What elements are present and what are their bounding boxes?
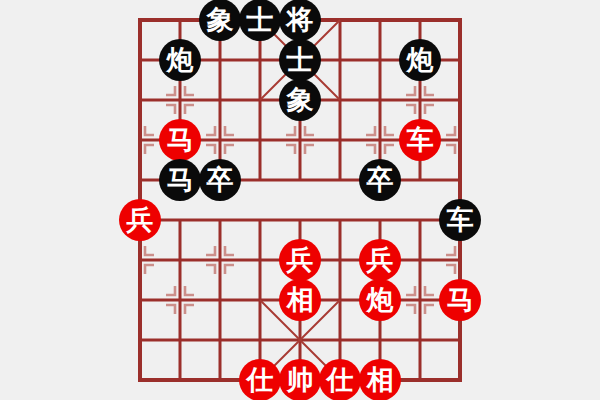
piece-red-chariot[interactable]: 车 bbox=[399, 119, 441, 161]
piece-red-pawn[interactable]: 兵 bbox=[279, 239, 321, 281]
piece-red-elephant[interactable]: 相 bbox=[359, 359, 401, 400]
piece-black-general[interactable]: 将 bbox=[279, 0, 321, 41]
xiangqi-board: 象士将炮士炮象马车马卒卒兵车兵兵相炮马仕帅仕相 bbox=[0, 0, 600, 400]
piece-red-advisor[interactable]: 仕 bbox=[239, 359, 281, 400]
piece-red-pawn[interactable]: 兵 bbox=[359, 239, 401, 281]
pieces-layer: 象士将炮士炮象马车马卒卒兵车兵兵相炮马仕帅仕相 bbox=[120, 0, 480, 400]
piece-black-advisor[interactable]: 士 bbox=[279, 39, 321, 81]
piece-black-horse[interactable]: 马 bbox=[159, 159, 201, 201]
piece-black-advisor[interactable]: 士 bbox=[239, 0, 281, 41]
piece-black-pawn[interactable]: 卒 bbox=[359, 159, 401, 201]
piece-red-pawn[interactable]: 兵 bbox=[119, 199, 161, 241]
piece-black-cannon[interactable]: 炮 bbox=[399, 39, 441, 81]
piece-black-pawn[interactable]: 卒 bbox=[199, 159, 241, 201]
piece-red-horse[interactable]: 马 bbox=[159, 119, 201, 161]
piece-red-general[interactable]: 帅 bbox=[279, 359, 321, 400]
piece-black-chariot[interactable]: 车 bbox=[439, 199, 481, 241]
piece-black-elephant[interactable]: 象 bbox=[199, 0, 241, 41]
piece-black-cannon[interactable]: 炮 bbox=[159, 39, 201, 81]
piece-red-cannon[interactable]: 炮 bbox=[359, 279, 401, 321]
piece-red-elephant[interactable]: 相 bbox=[279, 279, 321, 321]
piece-black-elephant[interactable]: 象 bbox=[279, 79, 321, 121]
piece-red-horse[interactable]: 马 bbox=[439, 279, 481, 321]
piece-red-advisor[interactable]: 仕 bbox=[319, 359, 361, 400]
